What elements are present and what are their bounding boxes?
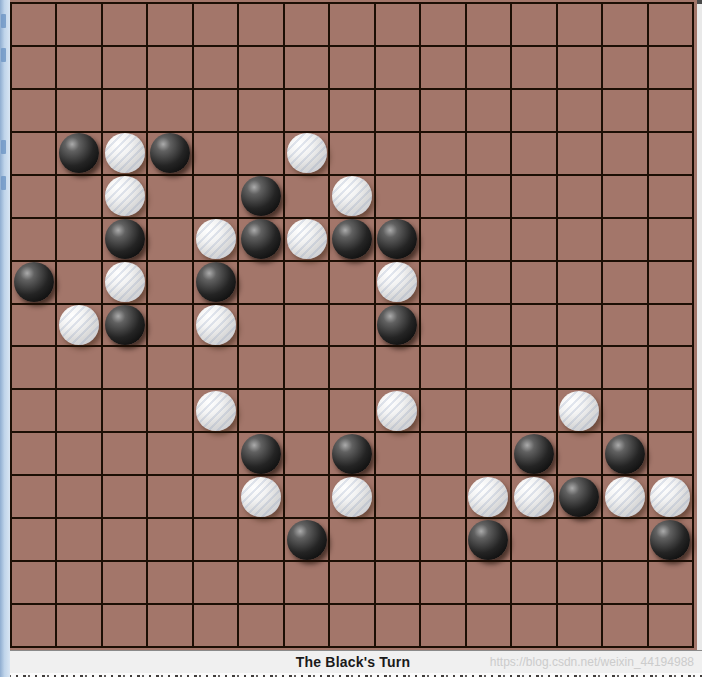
board-cell[interactable] <box>147 132 192 175</box>
white-stone <box>287 133 327 173</box>
board-cell[interactable] <box>11 518 56 561</box>
board-cell[interactable] <box>102 89 147 132</box>
board-cell[interactable] <box>193 132 238 175</box>
board-cell[interactable] <box>56 132 101 175</box>
board-cell[interactable] <box>329 175 374 218</box>
board-cell[interactable] <box>193 475 238 518</box>
white-stone <box>241 477 281 517</box>
board-cell[interactable] <box>329 475 374 518</box>
board-cell[interactable] <box>329 304 374 347</box>
board-cell[interactable] <box>557 518 602 561</box>
board-cell[interactable] <box>147 389 192 432</box>
board-cell[interactable] <box>56 89 101 132</box>
black-stone <box>59 133 99 173</box>
board-cell[interactable] <box>602 3 647 46</box>
board-cell[interactable] <box>147 518 192 561</box>
board-cell[interactable] <box>511 475 556 518</box>
board-cell[interactable] <box>284 346 329 389</box>
board-cell[interactable] <box>329 89 374 132</box>
board-cell[interactable] <box>238 89 283 132</box>
board-cell[interactable] <box>238 432 283 475</box>
board-cell[interactable] <box>193 604 238 647</box>
board-cell[interactable] <box>466 3 511 46</box>
board-cell[interactable] <box>466 218 511 261</box>
black-stone <box>241 219 281 259</box>
board-cell[interactable] <box>102 218 147 261</box>
board-cell[interactable] <box>11 218 56 261</box>
board-cell[interactable] <box>466 432 511 475</box>
board-cell[interactable] <box>557 218 602 261</box>
edge-mark <box>1 176 6 190</box>
board-cell[interactable] <box>420 389 465 432</box>
board-cell[interactable] <box>420 261 465 304</box>
board-cell[interactable] <box>193 304 238 347</box>
board-cell[interactable] <box>375 261 420 304</box>
board-cell[interactable] <box>56 561 101 604</box>
board-cell[interactable] <box>466 561 511 604</box>
board-cell[interactable] <box>375 304 420 347</box>
board-cell[interactable] <box>238 304 283 347</box>
board-cell[interactable] <box>238 261 283 304</box>
board-cell[interactable] <box>511 261 556 304</box>
board-cell[interactable] <box>102 518 147 561</box>
board-cell[interactable] <box>557 261 602 304</box>
board-cell[interactable] <box>648 132 693 175</box>
board-cell[interactable] <box>147 475 192 518</box>
board-cell[interactable] <box>193 561 238 604</box>
board-cell[interactable] <box>11 261 56 304</box>
board-cell[interactable] <box>193 218 238 261</box>
board-cell[interactable] <box>602 389 647 432</box>
white-stone <box>105 176 145 216</box>
board-cell[interactable] <box>466 389 511 432</box>
board-cell[interactable] <box>648 432 693 475</box>
board-cell[interactable] <box>56 518 101 561</box>
board-cell[interactable] <box>602 604 647 647</box>
board-cell[interactable] <box>602 561 647 604</box>
board-cell[interactable] <box>648 561 693 604</box>
board-cell[interactable] <box>511 3 556 46</box>
board-cell[interactable] <box>284 561 329 604</box>
board-cell[interactable] <box>56 604 101 647</box>
board-cell[interactable] <box>102 3 147 46</box>
board-cell[interactable] <box>238 175 283 218</box>
board-cell[interactable] <box>511 432 556 475</box>
board-cell[interactable] <box>329 261 374 304</box>
board-cell[interactable] <box>602 346 647 389</box>
black-stone <box>559 477 599 517</box>
board-cell[interactable] <box>147 604 192 647</box>
board-cell[interactable] <box>420 46 465 89</box>
board-cell[interactable] <box>11 389 56 432</box>
edge-mark <box>1 48 6 62</box>
board-cell[interactable] <box>238 604 283 647</box>
board-cell[interactable] <box>11 475 56 518</box>
window-edge-left <box>0 0 10 677</box>
white-stone <box>514 477 554 517</box>
board-cell[interactable] <box>557 132 602 175</box>
white-stone <box>196 219 236 259</box>
status-bar: The Black's Turn https://blog.csdn.net/w… <box>4 650 702 673</box>
board-cell[interactable] <box>329 389 374 432</box>
board-cell[interactable] <box>147 3 192 46</box>
board-cell[interactable] <box>557 475 602 518</box>
board-cell[interactable] <box>329 518 374 561</box>
board-cell[interactable] <box>420 3 465 46</box>
black-stone <box>332 434 372 474</box>
board-cell[interactable] <box>648 46 693 89</box>
white-stone <box>105 262 145 302</box>
black-stone <box>241 176 281 216</box>
white-stone <box>105 133 145 173</box>
board-cell[interactable] <box>557 46 602 89</box>
board-cell[interactable] <box>648 604 693 647</box>
black-stone <box>650 520 690 560</box>
board-cell[interactable] <box>602 518 647 561</box>
black-stone <box>605 434 645 474</box>
board-cell[interactable] <box>102 304 147 347</box>
board-cell[interactable] <box>420 561 465 604</box>
board-cell[interactable] <box>466 604 511 647</box>
black-stone <box>377 305 417 345</box>
board-cell[interactable] <box>511 89 556 132</box>
board-cell[interactable] <box>238 132 283 175</box>
board-cell[interactable] <box>466 132 511 175</box>
black-stone <box>377 219 417 259</box>
cutoff-text-strip <box>4 673 702 677</box>
board-cell[interactable] <box>375 561 420 604</box>
board-cell[interactable] <box>511 218 556 261</box>
board-cell[interactable] <box>511 518 556 561</box>
board-cell[interactable] <box>56 346 101 389</box>
board-cell[interactable] <box>102 432 147 475</box>
board-cell[interactable] <box>511 604 556 647</box>
board-cell[interactable] <box>193 432 238 475</box>
board-cell[interactable] <box>193 261 238 304</box>
board-cell[interactable] <box>56 432 101 475</box>
board-cell[interactable] <box>466 346 511 389</box>
window-corner-mark <box>697 0 702 4</box>
board-cell[interactable] <box>193 175 238 218</box>
board-cell[interactable] <box>329 46 374 89</box>
black-stone <box>514 434 554 474</box>
board-cell[interactable] <box>420 175 465 218</box>
board-cell[interactable] <box>557 389 602 432</box>
board-cell[interactable] <box>329 561 374 604</box>
board-cell[interactable] <box>375 218 420 261</box>
board-cell[interactable] <box>238 3 283 46</box>
board-cell[interactable] <box>602 89 647 132</box>
white-stone <box>196 305 236 345</box>
white-stone <box>332 477 372 517</box>
board-cell[interactable] <box>102 604 147 647</box>
board-cell[interactable] <box>375 475 420 518</box>
board-cell[interactable] <box>466 261 511 304</box>
board-cell[interactable] <box>602 218 647 261</box>
board-cell[interactable] <box>466 304 511 347</box>
white-stone <box>196 391 236 431</box>
board-cell[interactable] <box>648 89 693 132</box>
board-cell[interactable] <box>193 346 238 389</box>
board-cell[interactable] <box>420 304 465 347</box>
black-stone <box>287 520 327 560</box>
board-cell[interactable] <box>284 304 329 347</box>
gomoku-board <box>10 0 697 650</box>
board-cell[interactable] <box>238 46 283 89</box>
black-stone <box>332 219 372 259</box>
board-cell[interactable] <box>557 175 602 218</box>
board-cell[interactable] <box>466 89 511 132</box>
board-cell[interactable] <box>648 389 693 432</box>
board-cell[interactable] <box>147 261 192 304</box>
board-cell[interactable] <box>420 518 465 561</box>
board-cell[interactable] <box>56 475 101 518</box>
board-cell[interactable] <box>11 3 56 46</box>
board-cell[interactable] <box>147 346 192 389</box>
board-cell[interactable] <box>511 346 556 389</box>
board-cell[interactable] <box>602 261 647 304</box>
board-cell[interactable] <box>329 218 374 261</box>
board-cell[interactable] <box>56 389 101 432</box>
board-cell[interactable] <box>284 389 329 432</box>
white-stone <box>559 391 599 431</box>
board-cell[interactable] <box>284 475 329 518</box>
board-cell[interactable] <box>375 389 420 432</box>
board-cell[interactable] <box>602 175 647 218</box>
board-cell[interactable] <box>648 518 693 561</box>
board-cell[interactable] <box>193 3 238 46</box>
board-cell[interactable] <box>11 175 56 218</box>
board-cell[interactable] <box>284 132 329 175</box>
board-cell[interactable] <box>420 89 465 132</box>
board-cell[interactable] <box>238 346 283 389</box>
board-cell[interactable] <box>147 304 192 347</box>
board-cell[interactable] <box>56 304 101 347</box>
board-cell[interactable] <box>420 432 465 475</box>
board-cell[interactable] <box>648 304 693 347</box>
board-cell[interactable] <box>329 604 374 647</box>
board-cell[interactable] <box>602 132 647 175</box>
board-cell[interactable] <box>102 389 147 432</box>
board-cell[interactable] <box>284 432 329 475</box>
board-cell[interactable] <box>648 175 693 218</box>
board-cell[interactable] <box>329 3 374 46</box>
board-cell[interactable] <box>147 218 192 261</box>
board-cell[interactable] <box>648 346 693 389</box>
board-cell[interactable] <box>557 432 602 475</box>
board-cell[interactable] <box>648 475 693 518</box>
board-cell[interactable] <box>648 3 693 46</box>
black-stone <box>241 434 281 474</box>
board-cell[interactable] <box>420 346 465 389</box>
board-cell[interactable] <box>375 46 420 89</box>
board-cell[interactable] <box>511 561 556 604</box>
white-stone <box>468 477 508 517</box>
board-cell[interactable] <box>284 3 329 46</box>
board-cell[interactable] <box>284 218 329 261</box>
board-cell[interactable] <box>11 346 56 389</box>
board-cell[interactable] <box>147 46 192 89</box>
white-stone <box>377 262 417 302</box>
board-cell[interactable] <box>329 432 374 475</box>
board-cell[interactable] <box>557 346 602 389</box>
board-cell[interactable] <box>511 304 556 347</box>
black-stone <box>468 520 508 560</box>
board-cell[interactable] <box>147 89 192 132</box>
board-cell[interactable] <box>375 346 420 389</box>
board-cell[interactable] <box>11 604 56 647</box>
board-cell[interactable] <box>193 518 238 561</box>
board-cell[interactable] <box>56 46 101 89</box>
board-cell[interactable] <box>147 175 192 218</box>
board-cell[interactable] <box>193 89 238 132</box>
turn-status-text: The Black's Turn <box>296 654 410 670</box>
board-cell[interactable] <box>284 46 329 89</box>
board-cell[interactable] <box>420 132 465 175</box>
board-cell[interactable] <box>511 389 556 432</box>
board-cell[interactable] <box>11 304 56 347</box>
board-cell[interactable] <box>602 46 647 89</box>
edge-mark <box>1 14 6 28</box>
board-cell[interactable] <box>284 175 329 218</box>
board-cell[interactable] <box>375 3 420 46</box>
window-edge-right <box>697 0 702 650</box>
watermark-text: https://blog.csdn.net/weixin_44194988 <box>490 655 694 669</box>
white-stone <box>59 305 99 345</box>
board-cell[interactable] <box>329 346 374 389</box>
board-cell[interactable] <box>102 261 147 304</box>
white-stone <box>377 391 417 431</box>
white-stone <box>332 176 372 216</box>
board-cell[interactable] <box>375 604 420 647</box>
board-cell[interactable] <box>11 89 56 132</box>
board-cell[interactable] <box>102 346 147 389</box>
board-grid <box>10 2 694 648</box>
board-cell[interactable] <box>238 218 283 261</box>
board-cell[interactable] <box>238 389 283 432</box>
black-stone <box>105 219 145 259</box>
board-cell[interactable] <box>56 3 101 46</box>
edge-mark <box>1 140 6 154</box>
board-cell[interactable] <box>284 89 329 132</box>
black-stone <box>196 262 236 302</box>
board-cell[interactable] <box>420 475 465 518</box>
board-cell[interactable] <box>284 604 329 647</box>
board-cell[interactable] <box>56 175 101 218</box>
board-cell[interactable] <box>511 175 556 218</box>
board-cell[interactable] <box>557 561 602 604</box>
board-cell[interactable] <box>648 218 693 261</box>
board-cell[interactable] <box>238 561 283 604</box>
white-stone <box>650 477 690 517</box>
board-cell[interactable] <box>375 132 420 175</box>
board-cell[interactable] <box>602 475 647 518</box>
board-cell[interactable] <box>147 432 192 475</box>
board-cell[interactable] <box>56 261 101 304</box>
board-cell[interactable] <box>329 132 374 175</box>
board-cell[interactable] <box>602 432 647 475</box>
board-cell[interactable] <box>557 3 602 46</box>
board-cell[interactable] <box>238 518 283 561</box>
board-cell[interactable] <box>557 89 602 132</box>
board-cell[interactable] <box>557 304 602 347</box>
board-cell[interactable] <box>102 561 147 604</box>
black-stone <box>105 305 145 345</box>
board-cell[interactable] <box>511 132 556 175</box>
board-cell[interactable] <box>238 475 283 518</box>
board-cell[interactable] <box>648 261 693 304</box>
board-cell[interactable] <box>102 475 147 518</box>
board-cell[interactable] <box>466 518 511 561</box>
board-cell[interactable] <box>147 561 192 604</box>
board-cell[interactable] <box>375 175 420 218</box>
board-cell[interactable] <box>11 132 56 175</box>
board-cell[interactable] <box>375 89 420 132</box>
board-cell[interactable] <box>102 175 147 218</box>
board-cell[interactable] <box>193 389 238 432</box>
board-cell[interactable] <box>602 304 647 347</box>
board-cell[interactable] <box>56 218 101 261</box>
board-cell[interactable] <box>420 604 465 647</box>
white-stone <box>287 219 327 259</box>
white-stone <box>605 477 645 517</box>
black-stone <box>14 262 54 302</box>
board-cell[interactable] <box>466 475 511 518</box>
board-cell[interactable] <box>11 432 56 475</box>
board-cell[interactable] <box>193 46 238 89</box>
board-cell[interactable] <box>466 46 511 89</box>
board-cell[interactable] <box>511 46 556 89</box>
black-stone <box>150 133 190 173</box>
board-cell[interactable] <box>102 46 147 89</box>
board-cell[interactable] <box>284 518 329 561</box>
board-cell[interactable] <box>11 561 56 604</box>
board-cell[interactable] <box>420 218 465 261</box>
board-cell[interactable] <box>557 604 602 647</box>
board-cell[interactable] <box>375 432 420 475</box>
board-cell[interactable] <box>466 175 511 218</box>
board-cell[interactable] <box>102 132 147 175</box>
board-cell[interactable] <box>375 518 420 561</box>
board-cell[interactable] <box>11 46 56 89</box>
board-cell[interactable] <box>284 261 329 304</box>
